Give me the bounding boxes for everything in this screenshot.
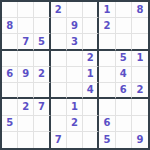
cell-r7c8[interactable] xyxy=(116,99,132,115)
given-digit: 9 xyxy=(136,135,143,145)
cell-r1c9[interactable]: 8 xyxy=(132,2,148,18)
cell-r3c5[interactable]: 3 xyxy=(67,34,83,50)
cell-r6c7[interactable] xyxy=(99,83,115,99)
given-digit: 7 xyxy=(22,37,29,47)
given-digit: 9 xyxy=(71,21,78,31)
cell-r1c2[interactable] xyxy=(18,2,34,18)
given-digit: 8 xyxy=(6,21,13,31)
cell-r2c1[interactable]: 8 xyxy=(2,18,18,34)
cell-r1c3[interactable] xyxy=(34,2,50,18)
cell-r7c1[interactable] xyxy=(2,99,18,115)
cell-r4c2[interactable] xyxy=(18,51,34,67)
cell-r2c6[interactable] xyxy=(83,18,99,34)
cell-r4c7[interactable] xyxy=(99,51,115,67)
cell-r3c7[interactable] xyxy=(99,34,115,50)
cell-r1c1[interactable] xyxy=(2,2,18,18)
cell-r2c9[interactable] xyxy=(132,18,148,34)
cell-r5c6[interactable]: 1 xyxy=(83,67,99,83)
cell-r6c1[interactable] xyxy=(2,83,18,99)
cell-r4c4[interactable] xyxy=(51,51,67,67)
cell-r7c5[interactable]: 1 xyxy=(67,99,83,115)
cell-r2c5[interactable]: 9 xyxy=(67,18,83,34)
cell-r8c3[interactable] xyxy=(34,116,50,132)
cell-r9c7[interactable]: 5 xyxy=(99,132,115,148)
cell-r3c9[interactable] xyxy=(132,34,148,50)
given-digit: 2 xyxy=(71,118,78,128)
given-digit: 4 xyxy=(120,69,127,79)
given-digit: 9 xyxy=(22,69,29,79)
cell-r3c2[interactable]: 7 xyxy=(18,34,34,50)
cell-r9c4[interactable]: 7 xyxy=(51,132,67,148)
cell-r6c2[interactable] xyxy=(18,83,34,99)
cell-r1c7[interactable]: 1 xyxy=(99,2,115,18)
cell-r9c5[interactable] xyxy=(67,132,83,148)
given-digit: 7 xyxy=(55,135,62,145)
cell-r6c9[interactable]: 2 xyxy=(132,83,148,99)
cell-r2c2[interactable] xyxy=(18,18,34,34)
cell-r8c9[interactable] xyxy=(132,116,148,132)
cell-r3c4[interactable] xyxy=(51,34,67,50)
given-digit: 5 xyxy=(103,135,110,145)
cell-r8c5[interactable]: 2 xyxy=(67,116,83,132)
given-digit: 2 xyxy=(55,5,62,15)
cell-r7c9[interactable] xyxy=(132,99,148,115)
given-digit: 5 xyxy=(6,118,13,128)
cell-r5c1[interactable]: 6 xyxy=(2,67,18,83)
given-digit: 2 xyxy=(136,85,143,95)
cell-r7c4[interactable] xyxy=(51,99,67,115)
cell-r5c4[interactable] xyxy=(51,67,67,83)
given-digit: 1 xyxy=(71,102,78,112)
cell-r6c6[interactable]: 4 xyxy=(83,83,99,99)
cell-r2c8[interactable] xyxy=(116,18,132,34)
cell-r9c3[interactable] xyxy=(34,132,50,148)
cell-r5c8[interactable]: 4 xyxy=(116,67,132,83)
cell-r1c4[interactable]: 2 xyxy=(51,2,67,18)
cell-r5c7[interactable] xyxy=(99,67,115,83)
cell-r7c6[interactable] xyxy=(83,99,99,115)
cell-r3c8[interactable] xyxy=(116,34,132,50)
given-digit: 6 xyxy=(103,118,110,128)
cell-r6c8[interactable]: 6 xyxy=(116,83,132,99)
cell-r4c3[interactable] xyxy=(34,51,50,67)
cell-r6c3[interactable] xyxy=(34,83,50,99)
cell-r9c1[interactable] xyxy=(2,132,18,148)
given-digit: 7 xyxy=(38,102,45,112)
given-digit: 4 xyxy=(87,85,94,95)
cell-r5c5[interactable] xyxy=(67,67,83,83)
cell-r2c4[interactable] xyxy=(51,18,67,34)
cell-r8c1[interactable]: 5 xyxy=(2,116,18,132)
given-digit: 5 xyxy=(120,53,127,63)
given-digit: 2 xyxy=(87,53,94,63)
cell-r4c6[interactable]: 2 xyxy=(83,51,99,67)
cell-r8c2[interactable] xyxy=(18,116,34,132)
given-digit: 5 xyxy=(38,37,45,47)
cell-r4c5[interactable] xyxy=(67,51,83,67)
cell-r3c3[interactable]: 5 xyxy=(34,34,50,50)
cell-r9c8[interactable] xyxy=(116,132,132,148)
cell-r4c1[interactable] xyxy=(2,51,18,67)
cell-r5c2[interactable]: 9 xyxy=(18,67,34,83)
given-digit: 1 xyxy=(103,5,110,15)
given-digit: 1 xyxy=(87,69,94,79)
given-digit: 8 xyxy=(136,5,143,15)
cell-r8c4[interactable] xyxy=(51,116,67,132)
sudoku-board: 21889275325169214462271526759 xyxy=(0,0,150,150)
given-digit: 2 xyxy=(22,102,29,112)
cell-r6c5[interactable] xyxy=(67,83,83,99)
cell-r8c7[interactable]: 6 xyxy=(99,116,115,132)
cell-r7c3[interactable]: 7 xyxy=(34,99,50,115)
cell-r4c9[interactable]: 1 xyxy=(132,51,148,67)
cell-r1c6[interactable] xyxy=(83,2,99,18)
cell-r4c8[interactable]: 5 xyxy=(116,51,132,67)
cell-r2c3[interactable] xyxy=(34,18,50,34)
given-digit: 6 xyxy=(6,69,13,79)
cell-r5c9[interactable] xyxy=(132,67,148,83)
given-digit: 6 xyxy=(120,85,127,95)
cell-r3c1[interactable] xyxy=(2,34,18,50)
cell-r8c6[interactable] xyxy=(83,116,99,132)
cell-r9c9[interactable]: 9 xyxy=(132,132,148,148)
cell-r9c2[interactable] xyxy=(18,132,34,148)
cell-r1c8[interactable] xyxy=(116,2,132,18)
given-digit: 1 xyxy=(136,53,143,63)
cell-r1c5[interactable] xyxy=(67,2,83,18)
cell-r2c7[interactable]: 2 xyxy=(99,18,115,34)
cell-r5c3[interactable]: 2 xyxy=(34,67,50,83)
cell-r7c2[interactable]: 2 xyxy=(18,99,34,115)
cell-r8c8[interactable] xyxy=(116,116,132,132)
cell-r6c4[interactable] xyxy=(51,83,67,99)
given-digit: 2 xyxy=(38,69,45,79)
given-digit: 2 xyxy=(103,21,110,31)
given-digit: 3 xyxy=(71,37,78,47)
cell-r7c7[interactable] xyxy=(99,99,115,115)
cell-r3c6[interactable] xyxy=(83,34,99,50)
cell-r9c6[interactable] xyxy=(83,132,99,148)
